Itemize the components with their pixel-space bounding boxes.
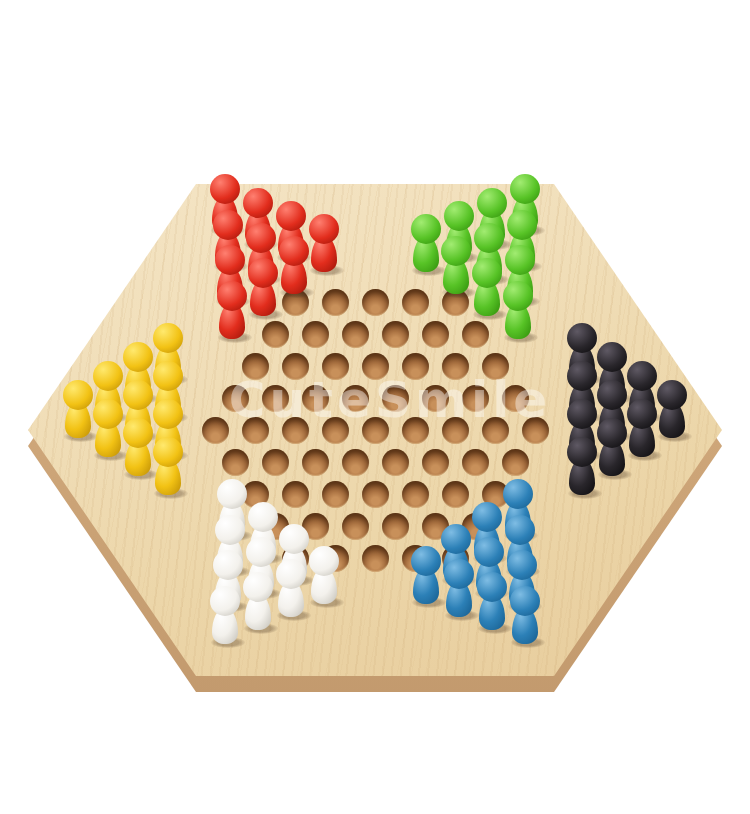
peg-head bbox=[627, 361, 657, 391]
board-hole[interactable] bbox=[502, 449, 529, 476]
peg-head bbox=[63, 380, 93, 410]
peg-yellow[interactable] bbox=[91, 399, 125, 457]
peg-head bbox=[510, 586, 540, 616]
peg-head bbox=[474, 223, 504, 253]
board-hole[interactable] bbox=[302, 321, 329, 348]
peg-head bbox=[627, 399, 657, 429]
peg-white[interactable] bbox=[274, 559, 308, 617]
peg-head bbox=[309, 214, 339, 244]
peg-head bbox=[93, 399, 123, 429]
board-hole[interactable] bbox=[382, 513, 409, 540]
peg-head bbox=[248, 502, 278, 532]
peg-head bbox=[444, 201, 474, 231]
board-hole[interactable] bbox=[282, 481, 309, 508]
peg-head bbox=[246, 223, 276, 253]
peg-head bbox=[248, 258, 278, 288]
peg-head bbox=[567, 323, 597, 353]
board-hole[interactable] bbox=[422, 449, 449, 476]
peg-black[interactable] bbox=[655, 380, 689, 438]
peg-head bbox=[507, 210, 537, 240]
board-hole[interactable] bbox=[322, 481, 349, 508]
peg-blue[interactable] bbox=[508, 586, 542, 644]
peg-head bbox=[503, 479, 533, 509]
peg-head bbox=[123, 418, 153, 448]
peg-head bbox=[123, 380, 153, 410]
peg-yellow[interactable] bbox=[151, 437, 185, 495]
board-hole[interactable] bbox=[302, 449, 329, 476]
peg-head bbox=[472, 502, 502, 532]
peg-head bbox=[597, 380, 627, 410]
board-hole[interactable] bbox=[362, 481, 389, 508]
peg-head bbox=[441, 524, 471, 554]
board-hole[interactable] bbox=[262, 321, 289, 348]
peg-head bbox=[472, 258, 502, 288]
peg-red[interactable] bbox=[246, 258, 280, 316]
peg-black[interactable] bbox=[565, 437, 599, 495]
peg-head bbox=[510, 174, 540, 204]
board-hole[interactable] bbox=[462, 321, 489, 348]
peg-head bbox=[567, 437, 597, 467]
peg-red[interactable] bbox=[277, 236, 311, 294]
peg-head bbox=[217, 281, 247, 311]
board-hole[interactable] bbox=[402, 289, 429, 316]
board-hole[interactable] bbox=[402, 481, 429, 508]
peg-black[interactable] bbox=[625, 399, 659, 457]
peg-blue[interactable] bbox=[409, 546, 443, 604]
peg-head bbox=[153, 323, 183, 353]
board-hole[interactable] bbox=[342, 513, 369, 540]
peg-head bbox=[153, 361, 183, 391]
peg-head bbox=[505, 245, 535, 275]
peg-head bbox=[411, 546, 441, 576]
peg-head bbox=[213, 210, 243, 240]
board-hole[interactable] bbox=[442, 481, 469, 508]
peg-head bbox=[474, 537, 504, 567]
peg-head bbox=[567, 361, 597, 391]
peg-green[interactable] bbox=[501, 281, 535, 339]
peg-head bbox=[503, 281, 533, 311]
peg-head bbox=[505, 515, 535, 545]
peg-head bbox=[444, 559, 474, 589]
peg-green[interactable] bbox=[409, 214, 443, 272]
peg-head bbox=[411, 214, 441, 244]
peg-head bbox=[507, 550, 537, 580]
board-hole[interactable] bbox=[342, 321, 369, 348]
peg-blue[interactable] bbox=[442, 559, 476, 617]
peg-head bbox=[93, 361, 123, 391]
peg-head bbox=[215, 515, 245, 545]
peg-yellow[interactable] bbox=[61, 380, 95, 438]
board-hole[interactable] bbox=[222, 449, 249, 476]
peg-head bbox=[279, 524, 309, 554]
board-hole[interactable] bbox=[362, 289, 389, 316]
peg-head bbox=[597, 342, 627, 372]
peg-white[interactable] bbox=[241, 572, 275, 630]
peg-head bbox=[567, 399, 597, 429]
board-hole[interactable] bbox=[382, 321, 409, 348]
peg-head bbox=[279, 236, 309, 266]
peg-black[interactable] bbox=[595, 418, 629, 476]
peg-yellow[interactable] bbox=[121, 418, 155, 476]
peg-red[interactable] bbox=[215, 281, 249, 339]
peg-head bbox=[441, 236, 471, 266]
peg-head bbox=[123, 342, 153, 372]
peg-head bbox=[153, 399, 183, 429]
board-hole[interactable] bbox=[462, 449, 489, 476]
product-photo: CuteSmile bbox=[0, 0, 750, 814]
board-hole[interactable] bbox=[262, 449, 289, 476]
peg-head bbox=[276, 201, 306, 231]
peg-head bbox=[210, 174, 240, 204]
peg-head bbox=[217, 479, 247, 509]
peg-head bbox=[477, 188, 507, 218]
board-hole[interactable] bbox=[322, 289, 349, 316]
peg-head bbox=[153, 437, 183, 467]
peg-head bbox=[210, 586, 240, 616]
peg-head bbox=[246, 537, 276, 567]
board-hole[interactable] bbox=[342, 449, 369, 476]
peg-head bbox=[309, 546, 339, 576]
watermark: CuteSmile bbox=[205, 370, 575, 430]
peg-head bbox=[597, 418, 627, 448]
peg-red[interactable] bbox=[307, 214, 341, 272]
peg-green[interactable] bbox=[439, 236, 473, 294]
peg-green[interactable] bbox=[470, 258, 504, 316]
peg-head bbox=[276, 559, 306, 589]
peg-head bbox=[215, 245, 245, 275]
peg-white[interactable] bbox=[208, 586, 242, 644]
board-hole[interactable] bbox=[422, 321, 449, 348]
peg-head bbox=[213, 550, 243, 580]
peg-head bbox=[243, 188, 273, 218]
peg-head bbox=[657, 380, 687, 410]
peg-head bbox=[243, 572, 273, 602]
board-hole[interactable] bbox=[382, 449, 409, 476]
peg-white[interactable] bbox=[307, 546, 341, 604]
peg-blue[interactable] bbox=[475, 572, 509, 630]
peg-head bbox=[477, 572, 507, 602]
board-hole[interactable] bbox=[362, 545, 389, 572]
